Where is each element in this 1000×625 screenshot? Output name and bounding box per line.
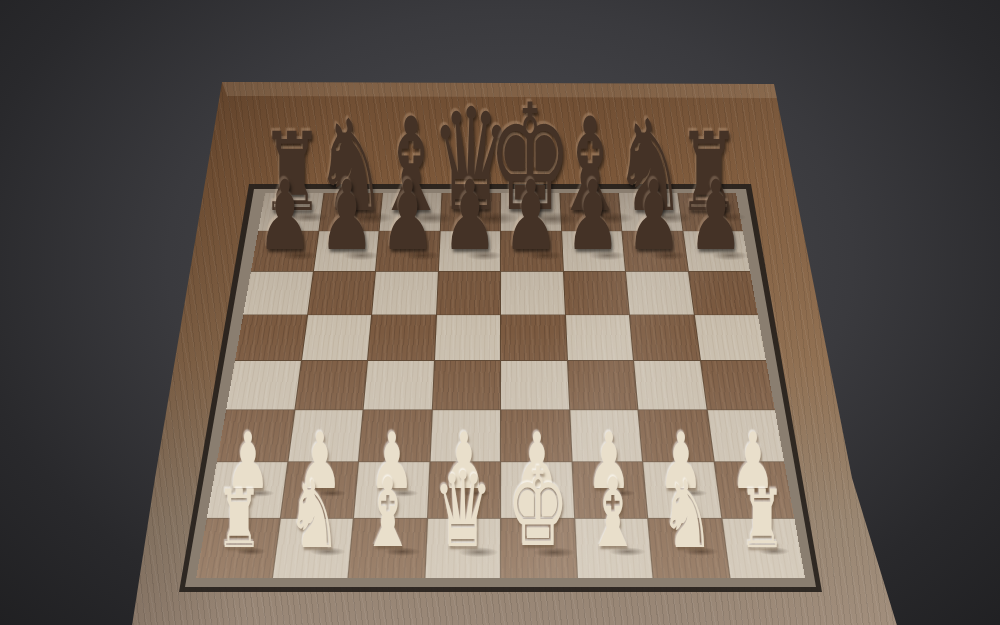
pieces-layer: ♜♞♝♛♚♝♞♜♟♟♟♟♟♟♟♟♟♟♟♟♟♟♟♟♜♞♝♛♚♝♞♜ xyxy=(0,0,1000,625)
piece-black-pawn-e7[interactable]: ♟ xyxy=(504,168,559,264)
piece-black-pawn-d7[interactable]: ♟ xyxy=(442,168,497,264)
piece-black-pawn-g7[interactable]: ♟ xyxy=(627,168,682,264)
piece-black-pawn-a7[interactable]: ♟ xyxy=(258,168,313,264)
piece-black-pawn-h7[interactable]: ♟ xyxy=(688,168,743,264)
scene-background: ♜♞♝♛♚♝♞♜♟♟♟♟♟♟♟♟♟♟♟♟♟♟♟♟♜♞♝♛♚♝♞♜ xyxy=(0,0,1000,625)
piece-black-pawn-f7[interactable]: ♟ xyxy=(565,168,620,264)
piece-white-bishop-f1[interactable]: ♝ xyxy=(585,465,640,561)
piece-black-pawn-b7[interactable]: ♟ xyxy=(319,168,374,264)
piece-white-rook-a1[interactable]: ♜ xyxy=(216,478,262,559)
piece-white-bishop-c1[interactable]: ♝ xyxy=(361,465,416,561)
piece-white-king-e1[interactable]: ♚ xyxy=(507,454,569,563)
piece-white-knight-g1[interactable]: ♞ xyxy=(660,467,714,560)
piece-white-queen-d1[interactable]: ♛ xyxy=(433,458,493,562)
piece-black-pawn-c7[interactable]: ♟ xyxy=(381,168,436,264)
piece-white-knight-b1[interactable]: ♞ xyxy=(287,467,341,560)
piece-white-rook-h1[interactable]: ♜ xyxy=(739,478,785,559)
